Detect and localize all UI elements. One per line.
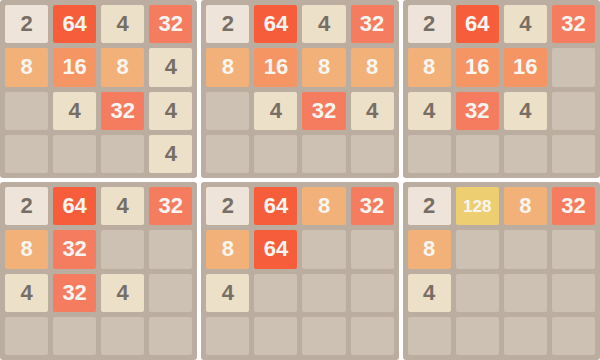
empty-cell [456,230,499,268]
boards-grid: 2644328168443244264432816884324264432816… [0,0,600,360]
empty-cell [5,135,48,173]
empty-cell [206,92,249,130]
tile-2: 2 [206,187,249,225]
tile-2: 2 [5,187,48,225]
empty-cell [552,317,595,355]
tile-8: 8 [101,48,144,86]
empty-cell [552,230,595,268]
tile-16: 16 [456,48,499,86]
empty-cell [101,135,144,173]
empty-cell [504,135,547,173]
empty-cell [351,230,394,268]
empty-cell [504,230,547,268]
empty-cell [53,317,96,355]
empty-cell [552,48,595,86]
tile-16: 16 [504,48,547,86]
tile-8: 8 [302,187,345,225]
tile-8: 8 [206,48,249,86]
tile-32: 32 [552,187,595,225]
tile-32: 32 [302,92,345,130]
tile-4: 4 [149,92,192,130]
empty-cell [456,274,499,312]
tile-32: 32 [552,5,595,43]
tile-4: 4 [149,135,192,173]
tile-8: 8 [5,48,48,86]
tile-8: 8 [504,187,547,225]
empty-cell [552,92,595,130]
empty-cell [351,135,394,173]
tile-4: 4 [504,92,547,130]
tile-4: 4 [101,274,144,312]
empty-cell [206,135,249,173]
board-bottom-middle[interactable]: 2648328644 [201,182,398,360]
empty-cell [351,274,394,312]
empty-cell [351,317,394,355]
tile-8: 8 [408,48,451,86]
empty-cell [5,92,48,130]
empty-cell [254,317,297,355]
tile-64: 64 [254,230,297,268]
empty-cell [5,317,48,355]
empty-cell [302,274,345,312]
empty-cell [408,317,451,355]
tile-8: 8 [5,230,48,268]
empty-cell [552,274,595,312]
empty-cell [206,317,249,355]
empty-cell [456,135,499,173]
empty-cell [53,135,96,173]
tile-64: 64 [53,5,96,43]
empty-cell [302,135,345,173]
tile-2: 2 [5,5,48,43]
empty-cell [254,135,297,173]
tile-4: 4 [351,92,394,130]
empty-cell [504,274,547,312]
tile-8: 8 [408,230,451,268]
tile-4: 4 [5,274,48,312]
board-bottom-left[interactable]: 2644328324324 [0,182,197,360]
tile-4: 4 [101,5,144,43]
tile-16: 16 [254,48,297,86]
empty-cell [101,317,144,355]
tile-32: 32 [53,230,96,268]
tile-8: 8 [206,230,249,268]
tile-32: 32 [351,5,394,43]
empty-cell [504,317,547,355]
tile-4: 4 [101,187,144,225]
board-bottom-right[interactable]: 212883284 [403,182,600,360]
tile-32: 32 [456,92,499,130]
tile-4: 4 [408,274,451,312]
tile-4: 4 [504,5,547,43]
tile-2: 2 [206,5,249,43]
tile-32: 32 [101,92,144,130]
tile-32: 32 [53,274,96,312]
tile-32: 32 [149,187,192,225]
board-top-middle[interactable]: 264432816884324 [201,0,398,178]
tile-64: 64 [254,187,297,225]
tile-128: 128 [456,187,499,225]
empty-cell [101,230,144,268]
tile-8: 8 [302,48,345,86]
board-top-right[interactable]: 264432816164324 [403,0,600,178]
empty-cell [552,135,595,173]
empty-cell [149,317,192,355]
tile-64: 64 [254,5,297,43]
tile-16: 16 [53,48,96,86]
tile-32: 32 [149,5,192,43]
tile-4: 4 [302,5,345,43]
tile-2: 2 [408,187,451,225]
tile-4: 4 [206,274,249,312]
tile-64: 64 [53,187,96,225]
empty-cell [254,274,297,312]
empty-cell [149,274,192,312]
empty-cell [456,317,499,355]
tile-4: 4 [53,92,96,130]
empty-cell [302,317,345,355]
tile-8: 8 [351,48,394,86]
tile-64: 64 [456,5,499,43]
empty-cell [408,135,451,173]
empty-cell [302,230,345,268]
tile-4: 4 [149,48,192,86]
tile-32: 32 [351,187,394,225]
board-top-left[interactable]: 2644328168443244 [0,0,197,178]
tile-2: 2 [408,5,451,43]
tile-4: 4 [254,92,297,130]
tile-4: 4 [408,92,451,130]
empty-cell [149,230,192,268]
